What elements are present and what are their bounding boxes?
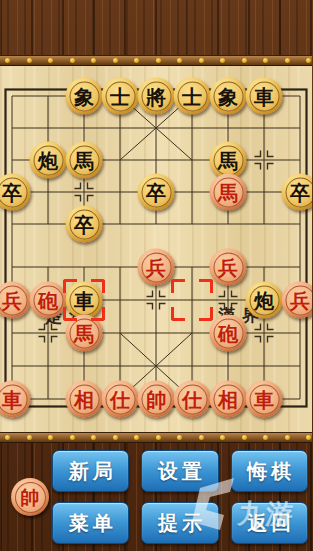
piece-glyph: 車 [254,86,274,106]
piece-glyph: 相 [218,389,238,409]
piece-glyph: 炮 [38,150,58,170]
gold-stud [113,58,118,63]
piece-glyph: 士 [182,86,202,106]
piece-glyph: 砲 [38,290,58,310]
piece-glyph: 士 [110,86,130,106]
piece-glyph: 將 [146,86,166,106]
piece-glyph: 兵 [146,257,166,277]
piece-glyph: 車 [254,389,274,409]
gold-stud [220,58,225,63]
piece-red-砲[interactable]: 砲 [30,282,67,319]
gold-stud [177,435,182,440]
hint-button[interactable]: 提示 [141,502,218,544]
turn-indicator-glyph: 帥 [21,488,40,507]
gold-stud [48,58,53,63]
piece-glyph: 馬 [218,150,238,170]
gold-stud [156,435,161,440]
gold-stud [134,435,139,440]
xiangqi-board[interactable]: 楚河 漢界 象士將士象車炮馬馬卒卒馬卒卒兵兵兵砲車炮兵馬砲車相仕帥仕相車 [0,66,312,433]
piece-glyph: 炮 [254,290,274,310]
piece-glyph: 卒 [146,182,166,202]
gold-stud [5,435,10,440]
piece-glyph: 象 [218,86,238,106]
gold-stud [263,58,268,63]
bottom-menu: 新局 设置 悔棋 菜单 提示 返回 [52,450,308,544]
gold-stud [70,58,75,63]
gold-stud [199,58,204,63]
piece-black-卒[interactable]: 卒 [66,206,103,243]
gold-stud [156,58,161,63]
gold-stud [27,58,32,63]
piece-glyph: 卒 [2,182,22,202]
piece-red-馬[interactable]: 馬 [66,315,103,352]
piece-glyph: 車 [74,290,94,310]
piece-black-卒[interactable]: 卒 [282,174,313,211]
gold-stud [306,58,311,63]
piece-red-仕[interactable]: 仕 [102,381,139,418]
gold-stud [263,435,268,440]
piece-red-相[interactable]: 相 [210,381,247,418]
gold-stud [177,58,182,63]
undo-move-button[interactable]: 悔棋 [231,450,308,492]
board-frame-rail-bottom [0,432,312,443]
piece-glyph: 象 [74,86,94,106]
piece-black-將[interactable]: 將 [138,78,175,115]
gold-stud [285,58,290,63]
gold-stud [113,435,118,440]
gold-stud [285,435,290,440]
board-frame-rail-top [0,55,312,66]
piece-red-帥[interactable]: 帥 [138,381,175,418]
piece-black-士[interactable]: 士 [102,78,139,115]
piece-black-車[interactable]: 車 [246,78,283,115]
piece-red-兵[interactable]: 兵 [138,249,175,286]
piece-red-車[interactable]: 車 [246,381,283,418]
piece-red-馬[interactable]: 馬 [210,174,247,211]
piece-glyph: 相 [74,389,94,409]
gold-stud [306,435,311,440]
gold-stud [91,58,96,63]
xiangqi-app: { "game": "xiangqi", "position": { "fen"… [0,0,312,551]
gold-stud [27,435,32,440]
piece-red-相[interactable]: 相 [66,381,103,418]
piece-black-象[interactable]: 象 [66,78,103,115]
turn-indicator-red-general: 帥 [11,478,49,516]
piece-glyph: 車 [2,389,22,409]
piece-glyph: 兵 [218,257,238,277]
piece-red-兵[interactable]: 兵 [282,282,313,319]
piece-black-車[interactable]: 車 [66,282,103,319]
menu-button[interactable]: 菜单 [52,502,129,544]
gold-stud [134,58,139,63]
piece-black-炮[interactable]: 炮 [30,142,67,179]
gold-stud [242,58,247,63]
gold-stud [48,435,53,440]
gold-stud [199,435,204,440]
piece-glyph: 卒 [290,182,310,202]
piece-black-馬[interactable]: 馬 [66,142,103,179]
piece-glyph: 仕 [110,389,130,409]
piece-black-象[interactable]: 象 [210,78,247,115]
piece-red-砲[interactable]: 砲 [210,315,247,352]
piece-glyph: 帥 [146,389,166,409]
gold-stud [5,58,10,63]
piece-red-仕[interactable]: 仕 [174,381,211,418]
piece-glyph: 砲 [218,323,238,343]
back-button[interactable]: 返回 [231,502,308,544]
new-game-button[interactable]: 新局 [52,450,129,492]
gold-stud [242,435,247,440]
piece-black-士[interactable]: 士 [174,78,211,115]
settings-button[interactable]: 设置 [141,450,218,492]
piece-glyph: 仕 [182,389,202,409]
piece-glyph: 兵 [2,290,22,310]
piece-glyph: 卒 [74,214,94,234]
piece-red-兵[interactable]: 兵 [210,249,247,286]
piece-black-卒[interactable]: 卒 [138,174,175,211]
piece-glyph: 馬 [74,150,94,170]
gold-stud [91,435,96,440]
gold-stud [220,435,225,440]
piece-glyph: 馬 [74,323,94,343]
piece-glyph: 兵 [290,290,310,310]
piece-glyph: 馬 [218,182,238,202]
piece-black-炮[interactable]: 炮 [246,282,283,319]
gold-stud [70,435,75,440]
